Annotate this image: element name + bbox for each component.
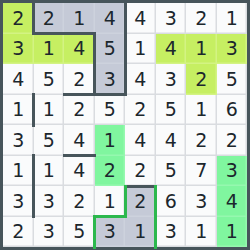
cell-r2c7[interactable]: 1 (186, 34, 217, 65)
cell-r5c5[interactable]: 4 (125, 125, 156, 156)
cell-r7c2[interactable]: 3 (34, 186, 65, 217)
cell-r7c4[interactable]: 1 (95, 186, 126, 217)
cell-r8c3[interactable]: 5 (64, 217, 95, 248)
cell-r8c6[interactable]: 3 (156, 217, 187, 248)
cell-r5c3[interactable]: 4 (64, 125, 95, 156)
cell-r7c5[interactable]: 2 (125, 186, 156, 217)
cell-r6c3[interactable]: 4 (64, 156, 95, 187)
cell-r6c1[interactable]: 1 (3, 156, 34, 187)
cell-r1c7[interactable]: 2 (186, 3, 217, 34)
cell-r7c3[interactable]: 2 (64, 186, 95, 217)
cell-r8c7[interactable]: 1 (186, 217, 217, 248)
cell-r6c5[interactable]: 2 (125, 156, 156, 187)
cell-r4c8[interactable]: 6 (217, 95, 248, 126)
cell-r1c6[interactable]: 3 (156, 3, 187, 34)
cell-r4c1[interactable]: 1 (3, 95, 34, 126)
cell-r8c8[interactable]: 1 (217, 217, 248, 248)
cell-r4c6[interactable]: 5 (156, 95, 187, 126)
cell-r4c4[interactable]: 5 (95, 95, 126, 126)
cell-r1c4[interactable]: 4 (95, 3, 126, 34)
cell-r2c5[interactable]: 1 (125, 34, 156, 65)
cell-r1c5[interactable]: 4 (125, 3, 156, 34)
cell-r7c8[interactable]: 4 (217, 186, 248, 217)
cell-r2c1[interactable]: 3 (3, 34, 34, 65)
cell-r6c4[interactable]: 2 (95, 156, 126, 187)
cell-r1c3[interactable]: 1 (64, 3, 95, 34)
cell-r8c5[interactable]: 1 (125, 217, 156, 248)
cell-r5c8[interactable]: 2 (217, 125, 248, 156)
cell-r2c3[interactable]: 4 (64, 34, 95, 65)
cell-r1c2[interactable]: 2 (34, 3, 65, 34)
cell-r3c4[interactable]: 3 (95, 64, 126, 95)
cell-r1c8[interactable]: 1 (217, 3, 248, 34)
cell-r6c6[interactable]: 5 (156, 156, 187, 187)
cell-r3c6[interactable]: 3 (156, 64, 187, 95)
puzzle-grid: 2214432131451413452343251125251635414422… (3, 3, 247, 247)
cell-r7c1[interactable]: 3 (3, 186, 34, 217)
cell-r3c2[interactable]: 5 (34, 64, 65, 95)
cell-r2c6[interactable]: 4 (156, 34, 187, 65)
cell-r8c1[interactable]: 2 (3, 217, 34, 248)
cell-r5c7[interactable]: 2 (186, 125, 217, 156)
cell-r3c1[interactable]: 4 (3, 64, 34, 95)
puzzle-board: 2214432131451413452343251125251635414422… (0, 0, 250, 250)
cell-r5c1[interactable]: 3 (3, 125, 34, 156)
cell-r5c2[interactable]: 5 (34, 125, 65, 156)
cell-r2c4[interactable]: 5 (95, 34, 126, 65)
cell-r7c6[interactable]: 6 (156, 186, 187, 217)
cell-r5c6[interactable]: 4 (156, 125, 187, 156)
cell-r6c2[interactable]: 1 (34, 156, 65, 187)
cell-r6c7[interactable]: 7 (186, 156, 217, 187)
cell-r3c7[interactable]: 2 (186, 64, 217, 95)
cell-r4c7[interactable]: 1 (186, 95, 217, 126)
cell-r5c4[interactable]: 1 (95, 125, 126, 156)
cell-r4c3[interactable]: 2 (64, 95, 95, 126)
puzzle-board-wrap: 2214432131451413452343251125251635414422… (0, 0, 250, 250)
cell-r1c1[interactable]: 2 (3, 3, 34, 34)
cell-r7c7[interactable]: 3 (186, 186, 217, 217)
cell-r6c8[interactable]: 3 (217, 156, 248, 187)
cell-r2c2[interactable]: 1 (34, 34, 65, 65)
cell-r4c5[interactable]: 2 (125, 95, 156, 126)
cell-r3c3[interactable]: 2 (64, 64, 95, 95)
cell-r3c8[interactable]: 5 (217, 64, 248, 95)
cell-r4c2[interactable]: 1 (34, 95, 65, 126)
cell-r8c4[interactable]: 3 (95, 217, 126, 248)
cell-r8c2[interactable]: 3 (34, 217, 65, 248)
cell-r3c5[interactable]: 4 (125, 64, 156, 95)
cell-r2c8[interactable]: 3 (217, 34, 248, 65)
